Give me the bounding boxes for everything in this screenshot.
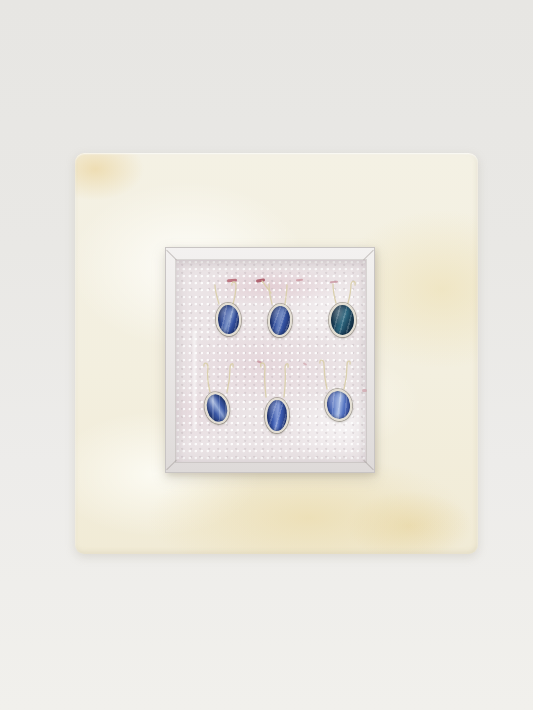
box-corner-seam xyxy=(363,250,374,261)
foam-fold-highlight xyxy=(193,330,196,430)
box-corner-seam xyxy=(363,460,374,471)
pendant-stone-top-right xyxy=(329,303,356,337)
box-corner-seam xyxy=(166,460,177,471)
foam-insert xyxy=(176,260,366,462)
foam-pink-mark xyxy=(362,389,367,392)
jewelry-gift-box xyxy=(165,247,375,473)
photo-jewelry-pendants-in-box xyxy=(0,0,533,710)
box-corner-seam xyxy=(166,250,177,261)
